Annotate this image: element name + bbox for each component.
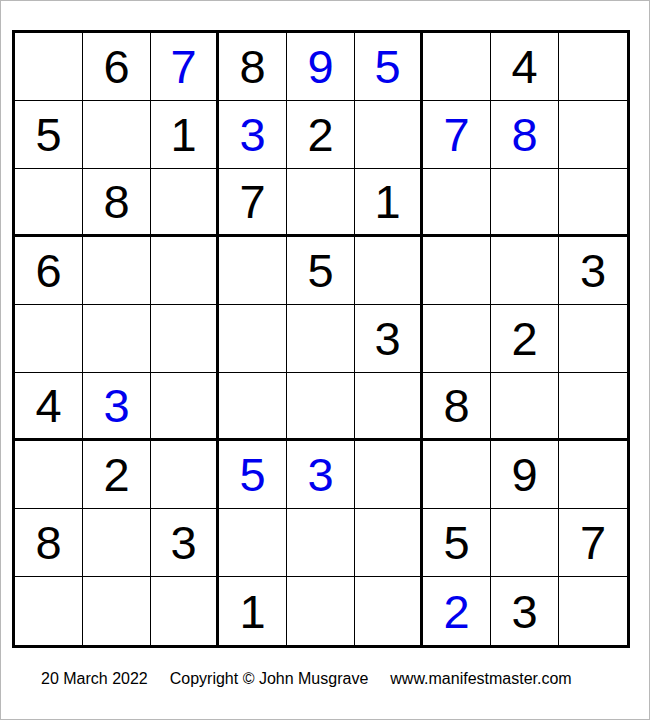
cell-r6c5[interactable] — [287, 373, 355, 441]
solved-digit: 3 — [287, 441, 354, 508]
pencil-marks — [287, 373, 354, 438]
given-digit: 4 — [15, 373, 82, 438]
given-digit: 6 — [83, 33, 150, 100]
cell-r2c2[interactable] — [83, 101, 151, 169]
cell-r7c9[interactable] — [559, 441, 627, 509]
cell-r2c9[interactable] — [559, 101, 627, 169]
footer-date: 20 March 2022 — [41, 670, 148, 688]
pencil-marks — [151, 577, 216, 645]
cell-r5c6[interactable]: 3 — [355, 305, 423, 373]
footer-website: www.manifestmaster.com — [390, 670, 571, 688]
solved-digit: 7 — [151, 33, 216, 100]
cell-r8c4[interactable] — [219, 509, 287, 577]
pencil-marks — [287, 169, 354, 234]
solved-digit: 5 — [219, 441, 286, 508]
cell-r1c3[interactable]: 7 — [151, 33, 219, 101]
pencil-marks — [15, 441, 82, 508]
cell-r9c5[interactable] — [287, 577, 355, 645]
cell-r6c6[interactable] — [355, 373, 423, 441]
cell-r2c7[interactable]: 7 — [423, 101, 491, 169]
given-digit: 8 — [15, 509, 82, 576]
pencil-marks — [423, 305, 490, 372]
sudoku-board: 6789545132788716533243825398357123 — [12, 30, 630, 648]
cell-r4c8[interactable] — [491, 237, 559, 305]
given-digit: 3 — [559, 237, 627, 304]
pencil-marks — [423, 169, 490, 234]
cell-r4c9[interactable]: 3 — [559, 237, 627, 305]
cell-r3c3[interactable] — [151, 169, 219, 237]
given-digit: 1 — [219, 577, 286, 645]
given-digit: 3 — [151, 509, 216, 576]
cell-r8c1[interactable]: 8 — [15, 509, 83, 577]
solved-digit: 3 — [219, 101, 286, 168]
pencil-marks — [219, 237, 286, 304]
given-digit: 1 — [355, 169, 420, 234]
cell-r4c6[interactable] — [355, 237, 423, 305]
cell-r2c1[interactable]: 5 — [15, 101, 83, 169]
pencil-marks — [151, 305, 216, 372]
cell-r5c9[interactable] — [559, 305, 627, 373]
given-digit: 7 — [219, 169, 286, 234]
pencil-marks — [559, 577, 627, 645]
cell-r3c4[interactable]: 7 — [219, 169, 287, 237]
pencil-marks — [559, 441, 627, 508]
cell-r5c7[interactable] — [423, 305, 491, 373]
cell-r1c4[interactable]: 8 — [219, 33, 287, 101]
cell-r7c6[interactable] — [355, 441, 423, 509]
given-digit: 4 — [491, 33, 558, 100]
cell-r6c8[interactable] — [491, 373, 559, 441]
pencil-marks — [355, 441, 420, 508]
pencil-marks — [491, 169, 558, 234]
pencil-marks — [491, 373, 558, 438]
cell-r3c1[interactable] — [15, 169, 83, 237]
pencil-marks — [355, 509, 420, 576]
pencil-marks — [423, 441, 490, 508]
pencil-marks — [151, 373, 216, 438]
cell-r2c4[interactable]: 3 — [219, 101, 287, 169]
solved-digit: 7 — [423, 101, 490, 168]
cell-r3c5[interactable] — [287, 169, 355, 237]
cell-r3c2[interactable]: 8 — [83, 169, 151, 237]
pencil-marks — [355, 373, 420, 438]
cell-r9c1[interactable] — [15, 577, 83, 645]
cell-r9c9[interactable] — [559, 577, 627, 645]
given-digit: 5 — [423, 509, 490, 576]
cell-r4c7[interactable] — [423, 237, 491, 305]
cell-r5c2[interactable] — [83, 305, 151, 373]
cell-r3c7[interactable] — [423, 169, 491, 237]
given-digit: 3 — [491, 577, 558, 645]
cell-r8c9[interactable]: 7 — [559, 509, 627, 577]
pencil-marks — [355, 577, 420, 645]
pencil-marks — [423, 33, 490, 100]
cell-r1c2[interactable]: 6 — [83, 33, 151, 101]
given-digit: 5 — [15, 101, 82, 168]
given-digit: 8 — [423, 373, 490, 438]
given-digit: 1 — [151, 101, 216, 168]
pencil-marks — [219, 509, 286, 576]
cell-r3c8[interactable] — [491, 169, 559, 237]
pencil-marks — [355, 101, 420, 168]
cell-r1c6[interactable]: 5 — [355, 33, 423, 101]
cell-r7c1[interactable] — [15, 441, 83, 509]
given-digit: 2 — [491, 305, 558, 372]
pencil-marks — [355, 237, 420, 304]
pencil-marks — [287, 305, 354, 372]
pencil-marks — [151, 169, 216, 234]
cell-r7c5[interactable]: 3 — [287, 441, 355, 509]
footer-copyright: Copyright © John Musgrave — [170, 670, 369, 688]
cell-r8c8[interactable] — [491, 509, 559, 577]
cell-r1c7[interactable] — [423, 33, 491, 101]
cell-r8c3[interactable]: 3 — [151, 509, 219, 577]
cell-r6c3[interactable] — [151, 373, 219, 441]
pencil-marks — [83, 577, 150, 645]
pencil-marks — [559, 101, 627, 168]
pencil-marks — [15, 577, 82, 645]
given-digit: 5 — [287, 237, 354, 304]
cell-r6c4[interactable] — [219, 373, 287, 441]
cell-r7c8[interactable]: 9 — [491, 441, 559, 509]
cell-r8c5[interactable] — [287, 509, 355, 577]
given-digit: 7 — [559, 509, 627, 576]
cell-r8c6[interactable] — [355, 509, 423, 577]
pencil-marks — [15, 169, 82, 234]
cell-r2c3[interactable]: 1 — [151, 101, 219, 169]
cell-r1c1[interactable] — [15, 33, 83, 101]
given-digit: 8 — [219, 33, 286, 100]
pencil-marks — [15, 305, 82, 372]
given-digit: 8 — [83, 169, 150, 234]
given-digit: 6 — [15, 237, 82, 304]
cell-r4c3[interactable] — [151, 237, 219, 305]
cell-r9c6[interactable] — [355, 577, 423, 645]
pencil-marks — [559, 33, 627, 100]
pencil-marks — [287, 577, 354, 645]
cell-r4c1[interactable]: 6 — [15, 237, 83, 305]
solved-digit: 5 — [355, 33, 420, 100]
cell-r7c4[interactable]: 5 — [219, 441, 287, 509]
cell-r9c4[interactable]: 1 — [219, 577, 287, 645]
cell-r2c6[interactable] — [355, 101, 423, 169]
cell-r6c9[interactable] — [559, 373, 627, 441]
given-digit: 2 — [287, 101, 354, 168]
solved-digit: 2 — [423, 577, 490, 645]
cell-r6c2[interactable]: 3 — [83, 373, 151, 441]
pencil-marks — [83, 509, 150, 576]
pencil-marks — [219, 373, 286, 438]
cell-r7c7[interactable] — [423, 441, 491, 509]
footer: 20 March 2022 Copyright © John Musgrave … — [41, 670, 572, 688]
cell-r1c8[interactable]: 4 — [491, 33, 559, 101]
pencil-marks — [559, 373, 627, 438]
cell-r4c5[interactable]: 5 — [287, 237, 355, 305]
cell-r1c9[interactable] — [559, 33, 627, 101]
cell-r3c6[interactable]: 1 — [355, 169, 423, 237]
solved-digit: 3 — [83, 373, 150, 438]
cell-r3c9[interactable] — [559, 169, 627, 237]
cell-r2c8[interactable]: 8 — [491, 101, 559, 169]
cell-r6c1[interactable]: 4 — [15, 373, 83, 441]
pencil-marks — [491, 237, 558, 304]
cell-r5c1[interactable] — [15, 305, 83, 373]
cell-r7c2[interactable]: 2 — [83, 441, 151, 509]
cell-r5c5[interactable] — [287, 305, 355, 373]
cell-r2c5[interactable]: 2 — [287, 101, 355, 169]
pencil-marks — [83, 101, 150, 168]
given-digit: 3 — [355, 305, 420, 372]
pencil-marks — [287, 509, 354, 576]
cell-r4c2[interactable] — [83, 237, 151, 305]
pencil-marks — [559, 169, 627, 234]
pencil-marks — [151, 237, 216, 304]
solved-digit: 9 — [287, 33, 354, 100]
pencil-marks — [491, 509, 558, 576]
cell-r9c3[interactable] — [151, 577, 219, 645]
cell-r6c7[interactable]: 8 — [423, 373, 491, 441]
pencil-marks — [15, 33, 82, 100]
solved-digit: 8 — [491, 101, 558, 168]
pencil-marks — [219, 305, 286, 372]
pencil-marks — [83, 237, 150, 304]
cell-r5c8[interactable]: 2 — [491, 305, 559, 373]
cell-r7c3[interactable] — [151, 441, 219, 509]
cell-r8c7[interactable]: 5 — [423, 509, 491, 577]
cell-r5c4[interactable] — [219, 305, 287, 373]
cell-r1c5[interactable]: 9 — [287, 33, 355, 101]
pencil-marks — [151, 441, 216, 508]
cell-r9c7[interactable]: 2 — [423, 577, 491, 645]
given-digit: 9 — [491, 441, 558, 508]
pencil-marks — [83, 305, 150, 372]
cell-r4c4[interactable] — [219, 237, 287, 305]
pencil-marks — [559, 305, 627, 372]
cell-r9c2[interactable] — [83, 577, 151, 645]
cell-r9c8[interactable]: 3 — [491, 577, 559, 645]
given-digit: 2 — [83, 441, 150, 508]
cell-r8c2[interactable] — [83, 509, 151, 577]
pencil-marks — [423, 237, 490, 304]
cell-r5c3[interactable] — [151, 305, 219, 373]
